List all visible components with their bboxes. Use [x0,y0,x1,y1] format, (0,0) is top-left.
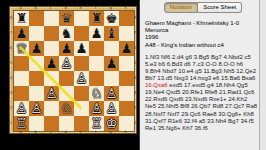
square-h2[interactable] [119,101,134,116]
square-c1[interactable] [44,116,59,131]
chess-app-window: ♜♛♜♚♟♞♟♝♕♟♟♟♟♟♙♟♙♙♘♙♙♙♘♙♙♖♖♔ aabbccddeef… [0,0,266,150]
square-f8[interactable]: ♜ [89,11,104,26]
piece-black-pawn: ♟ [29,41,44,56]
square-e8[interactable] [74,11,89,26]
square-g7[interactable]: ♝ [104,26,119,41]
game-header: Ghaem Maghami - Khmelnitsky 1-0 Menorca … [145,20,257,49]
square-b7[interactable] [29,26,44,41]
square-e4[interactable]: ♙ [74,71,89,86]
tab-notation[interactable]: Notation [164,2,198,13]
square-a4[interactable] [14,71,29,86]
square-d5[interactable]: ♙ [59,56,74,71]
square-h4[interactable] [119,71,134,86]
piece-white-queen: ♕ [14,41,29,56]
square-a1[interactable]: ♖ [14,116,29,131]
square-g3[interactable]: ♙ [104,86,119,101]
piece-white-pawn: ♙ [104,86,119,101]
square-b6[interactable]: ♟ [29,41,44,56]
current-move[interactable]: 16.Qxa6 [145,82,168,88]
piece-white-rook: ♖ [89,116,104,131]
players-result: Ghaem Maghami - Khmelnitsky 1-0 [145,20,257,27]
piece-black-pawn: ♟ [89,26,104,41]
square-e5[interactable] [74,56,89,71]
square-f1[interactable]: ♖ [89,116,104,131]
square-b3[interactable] [29,86,44,101]
square-e7[interactable] [74,26,89,41]
piece-white-knight: ♘ [59,101,74,116]
piece-black-rook: ♜ [14,11,29,26]
piece-white-pawn: ♙ [104,101,119,116]
event-name: Menorca [145,27,257,34]
piece-white-king: ♔ [104,116,119,131]
square-d4[interactable] [59,71,74,86]
piece-white-pawn: ♙ [89,101,104,116]
piece-black-pawn: ♟ [74,41,89,56]
square-b8[interactable] [29,11,44,26]
square-g2[interactable]: ♙ [104,101,119,116]
square-g4[interactable] [104,71,119,86]
square-f3[interactable]: ♘ [89,86,104,101]
square-f4[interactable] [89,71,104,86]
square-b2[interactable]: ♙ [29,101,44,116]
square-d1[interactable] [59,116,74,131]
square-g5[interactable]: ♟ [104,56,119,71]
piece-black-pawn: ♟ [119,41,134,56]
square-a2[interactable]: ♙ [14,101,29,116]
square-e2[interactable] [74,101,89,116]
piece-white-pawn: ♙ [29,101,44,116]
square-b5[interactable] [29,56,44,71]
square-c8[interactable] [44,11,59,26]
piece-white-pawn: ♙ [59,56,74,71]
square-a7[interactable]: ♟ [14,26,29,41]
square-h7[interactable] [119,26,134,41]
piece-black-pawn: ♟ [14,26,29,41]
piece-white-rook: ♖ [14,116,29,131]
square-h8[interactable] [119,11,134,26]
board-pane: ♜♛♜♚♟♞♟♝♕♟♟♟♟♟♙♟♙♙♘♙♙♙♘♙♙♖♖♔ aabbccddeef… [0,0,139,150]
square-c5[interactable]: ♟ [44,56,59,71]
square-a5[interactable] [14,56,29,71]
square-b1[interactable] [29,116,44,131]
square-f5[interactable] [89,56,104,71]
moves-after-current[interactable]: exd5 17.exd5 g4 18.Nh4 Qg5 19.Ne4 Qxd5 2… [145,82,257,131]
square-g8[interactable]: ♚ [104,11,119,26]
square-d7[interactable]: ♞ [59,26,74,41]
square-f6[interactable] [89,41,104,56]
square-d3[interactable] [59,86,74,101]
square-g1[interactable]: ♔ [104,116,119,131]
tab-bar: Notation Score Sheet [140,2,266,13]
square-h1[interactable] [119,116,134,131]
square-c3[interactable]: ♙ [44,86,59,101]
board-frame: ♜♛♜♚♟♞♟♝♕♟♟♟♟♟♙♟♙♙♘♙♙♙♘♙♙♖♖♔ aabbccddeef… [9,6,137,134]
square-f7[interactable]: ♟ [89,26,104,41]
piece-black-pawn: ♟ [44,56,59,71]
square-a3[interactable] [14,86,29,101]
piece-black-rook: ♜ [89,11,104,26]
piece-black-queen: ♛ [59,11,74,26]
piece-white-knight: ♘ [89,86,104,101]
square-c4[interactable] [44,71,59,86]
square-e6[interactable]: ♟ [74,41,89,56]
square-d8[interactable]: ♛ [59,11,74,26]
square-d2[interactable]: ♘ [59,101,74,116]
tab-score-sheet[interactable]: Score Sheet [198,2,242,13]
piece-white-pawn: ♙ [74,71,89,86]
piece-white-pawn: ♙ [14,101,29,116]
square-f2[interactable]: ♙ [89,101,104,116]
eco-opening: A48 - King's Indian without c4 [145,42,257,49]
scrollbar-track[interactable] [259,0,266,150]
piece-black-knight: ♞ [59,26,74,41]
piece-black-king: ♚ [104,11,119,26]
square-d6[interactable]: ♟ [59,41,74,56]
square-e1[interactable] [74,116,89,131]
square-h5[interactable] [119,56,134,71]
square-b4[interactable] [29,71,44,86]
piece-white-pawn: ♙ [44,86,59,101]
piece-black-pawn: ♟ [104,56,119,71]
square-a8[interactable]: ♜ [14,11,29,26]
event-year: 1996 [145,34,257,41]
piece-black-bishop: ♝ [104,26,119,41]
square-h6[interactable]: ♟ [119,41,134,56]
moves-before-current[interactable]: 1.Nf3 Nf6 2.d4 g6 3.Bg5 Bg7 4.Nbd2 c5 5.… [145,54,256,81]
square-a6[interactable]: ♕ [14,41,29,56]
square-c2[interactable] [44,101,59,116]
piece-black-pawn: ♟ [59,41,74,56]
square-c7[interactable] [44,26,59,41]
square-h3[interactable] [119,86,134,101]
chess-board[interactable]: ♜♛♜♚♟♞♟♝♕♟♟♟♟♟♙♟♙♙♘♙♙♙♘♙♙♖♖♔ [13,10,135,132]
square-c6[interactable] [44,41,59,56]
move-list[interactable]: 1.Nf3 Nf6 2.d4 g6 3.Bg5 Bg7 4.Nbd2 c5 5.… [145,54,258,132]
square-e3[interactable] [74,86,89,101]
square-g6[interactable] [104,41,119,56]
notation-pane: Notation Score Sheet Ghaem Maghami - Khm… [139,0,266,150]
